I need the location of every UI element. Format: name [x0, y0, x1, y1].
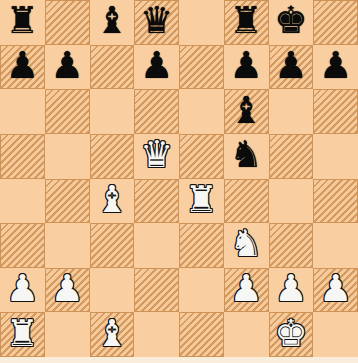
square-c6[interactable] — [90, 89, 135, 134]
black-bishop-c8[interactable]: ♝ — [95, 0, 128, 43]
square-b5[interactable] — [45, 134, 90, 179]
square-b6[interactable] — [45, 89, 90, 134]
square-e6[interactable] — [179, 89, 224, 134]
square-a4[interactable] — [0, 179, 45, 224]
white-rook-e4[interactable]: ♜ — [185, 178, 218, 222]
square-a3[interactable] — [0, 223, 45, 268]
black-pawn-g7[interactable]: ♟ — [274, 44, 307, 88]
square-a7[interactable]: ♟ — [0, 45, 45, 90]
square-b4[interactable] — [45, 179, 90, 224]
black-rook-a8[interactable]: ♜ — [6, 0, 39, 43]
chess-board: ♜♝♛♜♚♟♟♟♟♟♟♝♛♞♝♜♞♟♟♟♟♟♜♝♚ — [0, 0, 358, 357]
square-f1[interactable] — [224, 312, 269, 357]
square-e2[interactable] — [179, 268, 224, 313]
white-queen-d5[interactable]: ♛ — [140, 133, 173, 177]
white-bishop-c4[interactable]: ♝ — [95, 178, 128, 222]
square-f5[interactable]: ♞ — [224, 134, 269, 179]
square-c2[interactable] — [90, 268, 135, 313]
square-c4[interactable]: ♝ — [90, 179, 135, 224]
black-pawn-f7[interactable]: ♟ — [230, 44, 263, 88]
white-knight-f3[interactable]: ♞ — [230, 222, 263, 266]
square-e1[interactable] — [179, 312, 224, 357]
chess-diagram: ♜♝♛♜♚♟♟♟♟♟♟♝♛♞♝♜♞♟♟♟♟♟♜♝♚ — [0, 0, 358, 363]
square-d8[interactable]: ♛ — [134, 0, 179, 45]
square-b8[interactable] — [45, 0, 90, 45]
white-pawn-g2[interactable]: ♟ — [274, 267, 307, 311]
square-e5[interactable] — [179, 134, 224, 179]
square-h5[interactable] — [313, 134, 358, 179]
white-pawn-f2[interactable]: ♟ — [230, 267, 263, 311]
square-c3[interactable] — [90, 223, 135, 268]
square-a5[interactable] — [0, 134, 45, 179]
white-king-g1[interactable]: ♚ — [274, 312, 307, 356]
square-b1[interactable] — [45, 312, 90, 357]
black-queen-d8[interactable]: ♛ — [140, 0, 173, 43]
square-d5[interactable]: ♛ — [134, 134, 179, 179]
square-g4[interactable] — [269, 179, 314, 224]
square-f7[interactable]: ♟ — [224, 45, 269, 90]
square-f2[interactable]: ♟ — [224, 268, 269, 313]
white-pawn-a2[interactable]: ♟ — [6, 267, 39, 311]
square-g7[interactable]: ♟ — [269, 45, 314, 90]
square-b2[interactable]: ♟ — [45, 268, 90, 313]
black-pawn-h7[interactable]: ♟ — [319, 44, 352, 88]
board-bottom-strip — [0, 357, 358, 363]
square-g3[interactable] — [269, 223, 314, 268]
square-c1[interactable]: ♝ — [90, 312, 135, 357]
square-a8[interactable]: ♜ — [0, 0, 45, 45]
white-rook-a1[interactable]: ♜ — [6, 312, 39, 356]
white-pawn-b2[interactable]: ♟ — [51, 267, 84, 311]
square-b7[interactable]: ♟ — [45, 45, 90, 90]
square-h6[interactable] — [313, 89, 358, 134]
square-a1[interactable]: ♜ — [0, 312, 45, 357]
square-c5[interactable] — [90, 134, 135, 179]
square-h4[interactable] — [313, 179, 358, 224]
square-e7[interactable] — [179, 45, 224, 90]
square-d1[interactable] — [134, 312, 179, 357]
square-f6[interactable]: ♝ — [224, 89, 269, 134]
square-a2[interactable]: ♟ — [0, 268, 45, 313]
square-h3[interactable] — [313, 223, 358, 268]
square-d3[interactable] — [134, 223, 179, 268]
black-pawn-d7[interactable]: ♟ — [140, 44, 173, 88]
white-pawn-h2[interactable]: ♟ — [319, 267, 352, 311]
square-h7[interactable]: ♟ — [313, 45, 358, 90]
square-h2[interactable]: ♟ — [313, 268, 358, 313]
square-d2[interactable] — [134, 268, 179, 313]
square-d4[interactable] — [134, 179, 179, 224]
black-rook-f8[interactable]: ♜ — [230, 0, 263, 43]
square-e4[interactable]: ♜ — [179, 179, 224, 224]
black-pawn-a7[interactable]: ♟ — [6, 44, 39, 88]
square-c7[interactable] — [90, 45, 135, 90]
white-bishop-c1[interactable]: ♝ — [95, 312, 128, 356]
square-d6[interactable] — [134, 89, 179, 134]
square-g8[interactable]: ♚ — [269, 0, 314, 45]
square-f8[interactable]: ♜ — [224, 0, 269, 45]
square-d7[interactable]: ♟ — [134, 45, 179, 90]
black-knight-f5[interactable]: ♞ — [230, 133, 263, 177]
square-f4[interactable] — [224, 179, 269, 224]
square-f3[interactable]: ♞ — [224, 223, 269, 268]
square-g2[interactable]: ♟ — [269, 268, 314, 313]
square-a6[interactable] — [0, 89, 45, 134]
square-g1[interactable]: ♚ — [269, 312, 314, 357]
square-c8[interactable]: ♝ — [90, 0, 135, 45]
square-h1[interactable] — [313, 312, 358, 357]
square-h8[interactable] — [313, 0, 358, 45]
square-e8[interactable] — [179, 0, 224, 45]
square-e3[interactable] — [179, 223, 224, 268]
black-pawn-b7[interactable]: ♟ — [51, 44, 84, 88]
square-b3[interactable] — [45, 223, 90, 268]
black-king-g8[interactable]: ♚ — [274, 0, 307, 43]
square-g6[interactable] — [269, 89, 314, 134]
square-g5[interactable] — [269, 134, 314, 179]
black-bishop-f6[interactable]: ♝ — [230, 89, 263, 133]
